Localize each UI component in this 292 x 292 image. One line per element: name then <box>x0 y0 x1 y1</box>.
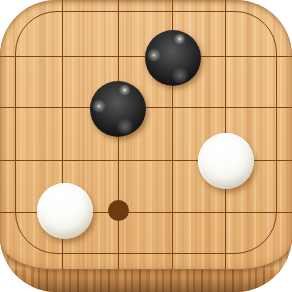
white-stone[interactable] <box>37 183 93 239</box>
go-app-icon[interactable] <box>0 0 292 292</box>
hoshi-point[interactable] <box>108 200 129 221</box>
black-stone[interactable] <box>145 30 201 86</box>
black-stone[interactable] <box>90 81 146 137</box>
stone-grid <box>0 0 292 269</box>
white-stone[interactable] <box>198 133 254 189</box>
go-board-face <box>0 0 292 269</box>
